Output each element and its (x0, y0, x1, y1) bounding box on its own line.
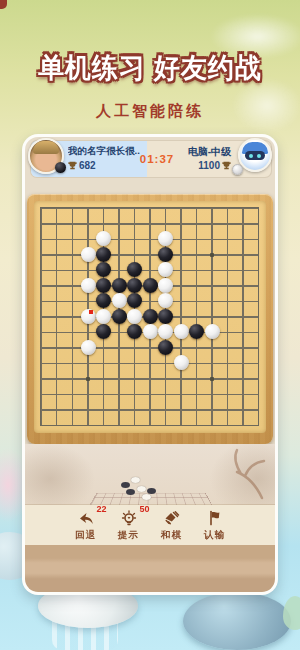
black-stone (143, 309, 158, 324)
draw-label: 和棋 (161, 529, 182, 542)
page-subtitle: 人工智能陪练 (0, 102, 300, 121)
illustration-stone (147, 488, 156, 494)
black-stone (158, 247, 173, 262)
page-title: 单机练习 好友约战 (0, 49, 300, 86)
trophy-icon (222, 161, 231, 170)
white-stone (158, 231, 173, 246)
branch-decoration (207, 448, 267, 500)
move-timer: 01:37 (135, 153, 179, 165)
black-stone (127, 293, 142, 308)
player-left-score-value: 682 (79, 160, 96, 171)
star-point (210, 377, 214, 381)
blue-stone-decoration (183, 592, 291, 650)
illustration-stone (121, 482, 130, 488)
action-toolbar: 22 回退 50 提示 (25, 505, 275, 545)
landscape-illustration (25, 444, 275, 505)
black-stone (112, 309, 127, 324)
white-stone (81, 278, 96, 293)
board-grid[interactable] (40, 207, 259, 426)
white-stone (158, 262, 173, 277)
illustration-stone (142, 494, 151, 500)
robot-eye (257, 154, 261, 158)
flag-icon (206, 509, 224, 527)
black-stone (96, 247, 111, 262)
board-play-area (34, 201, 266, 433)
white-stone (96, 231, 111, 246)
last-move-marker (89, 310, 93, 314)
player-right-name: 电脑-中级 (188, 145, 231, 159)
draw-button[interactable]: 和棋 (155, 505, 189, 545)
app-screen: 单机练习 好友约战 人工智能陪练 我的名字很长很.. 682 01:37 电脑-… (0, 0, 300, 650)
computer-avatar (238, 138, 272, 172)
black-stone (127, 278, 142, 293)
white-stone (158, 278, 173, 293)
black-stone (96, 324, 111, 339)
white-stone (81, 340, 96, 355)
lightbulb-icon (120, 509, 138, 527)
corner-ribbon (0, 0, 7, 9)
game-screenshot-card: 我的名字很长很.. 682 01:37 电脑-中级 1100 (22, 134, 278, 595)
illustration-stone (131, 477, 140, 483)
black-stone (96, 278, 111, 293)
star-point (86, 377, 90, 381)
white-stone (158, 324, 173, 339)
cliff-decoration (25, 444, 95, 505)
undo-count-badge: 22 (96, 504, 106, 514)
leaf-decoration (283, 596, 300, 630)
illustration-stone (137, 486, 146, 492)
white-stone (174, 355, 189, 370)
undo-label: 回退 (75, 529, 96, 542)
player-left-score: 682 (68, 160, 96, 171)
black-stone (96, 293, 111, 308)
white-stone (158, 293, 173, 308)
hint-button[interactable]: 50 提示 (112, 505, 146, 545)
gomoku-board (27, 194, 273, 444)
hint-label: 提示 (118, 529, 139, 542)
white-stone (174, 324, 189, 339)
illustration-stone (126, 489, 135, 495)
avatar-hat (33, 141, 59, 154)
undo-arrow-icon (77, 509, 95, 527)
game-screen: 我的名字很长很.. 682 01:37 电脑-中级 1100 (25, 137, 275, 592)
white-stone (143, 324, 158, 339)
trophy-icon (68, 161, 77, 170)
black-stone (96, 262, 111, 277)
white-stone (96, 309, 111, 324)
resign-label: 认输 (204, 529, 225, 542)
black-stone (112, 278, 127, 293)
handshake-icon (163, 509, 181, 527)
bottom-panel (25, 545, 275, 592)
undo-button[interactable]: 22 回退 (69, 505, 103, 545)
black-stone (127, 324, 142, 339)
white-stone (112, 293, 127, 308)
hint-count-badge: 50 (139, 504, 149, 514)
black-stone (158, 309, 173, 324)
black-stone (143, 278, 158, 293)
white-stone (127, 309, 142, 324)
resign-button[interactable]: 认输 (198, 505, 232, 545)
white-stone (205, 324, 220, 339)
black-stone (127, 262, 142, 277)
robot-visor (245, 151, 265, 160)
player-right-score-value: 1100 (198, 160, 220, 171)
robot-eye (249, 154, 253, 158)
white-stone-badge (232, 164, 243, 175)
player-right-score: 1100 (198, 160, 231, 171)
black-stone (189, 324, 204, 339)
black-stone (158, 340, 173, 355)
star-point (210, 253, 214, 257)
black-stone-badge (55, 162, 66, 173)
white-stone (81, 247, 96, 262)
